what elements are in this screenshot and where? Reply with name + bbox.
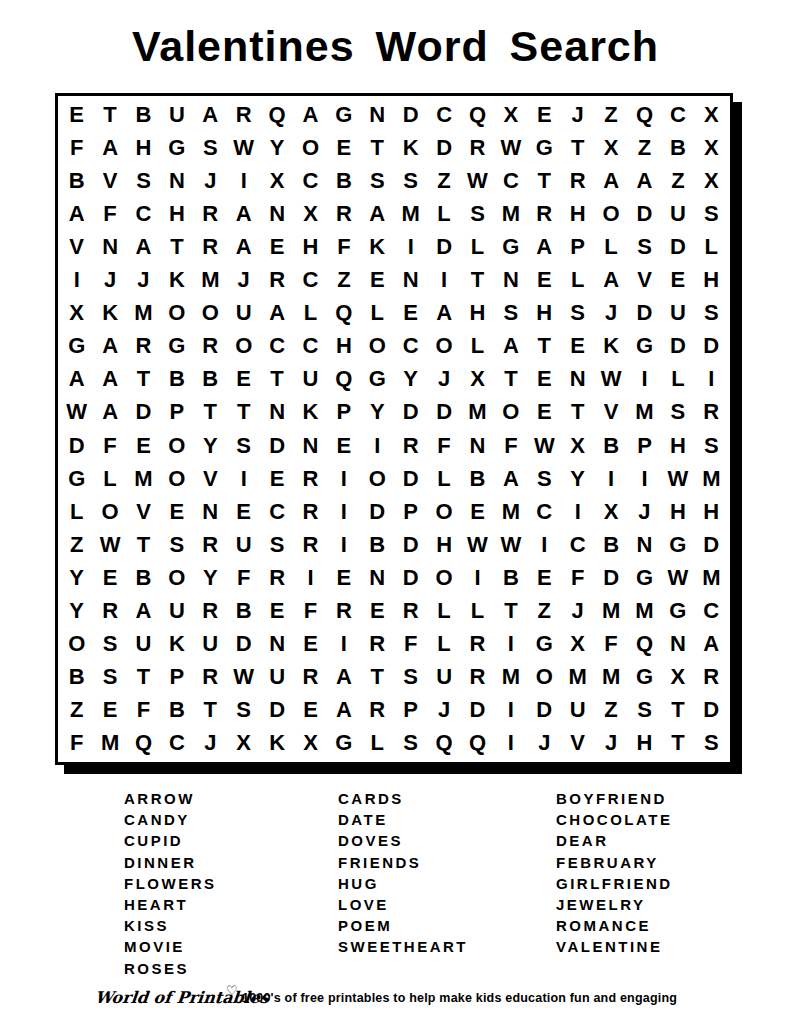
grid-cell-r15c4[interactable]: O xyxy=(160,561,193,594)
grid-cell-r7c3[interactable]: M xyxy=(127,297,160,330)
grid-cell-r7c18[interactable]: D xyxy=(628,297,661,330)
grid-cell-r3c3[interactable]: S xyxy=(127,164,160,197)
grid-cell-r14c3[interactable]: T xyxy=(127,528,160,561)
grid-cell-r14c2[interactable]: W xyxy=(93,528,126,561)
grid-cell-r2c9[interactable]: E xyxy=(327,131,360,164)
grid-cell-r16c15[interactable]: Z xyxy=(528,594,561,627)
grid-cell-r2c14[interactable]: W xyxy=(494,131,527,164)
grid-cell-r4c16[interactable]: H xyxy=(561,197,594,230)
grid-cell-r18c17[interactable]: M xyxy=(594,661,627,694)
grid-cell-r1c18[interactable]: Q xyxy=(628,98,661,131)
grid-cell-r3c7[interactable]: X xyxy=(260,164,293,197)
grid-cell-r5c19[interactable]: D xyxy=(661,230,694,263)
grid-cell-r1c8[interactable]: A xyxy=(294,98,327,131)
grid-cell-r5c13[interactable]: L xyxy=(461,230,494,263)
grid-cell-r10c8[interactable]: K xyxy=(294,396,327,429)
grid-cell-r16c8[interactable]: F xyxy=(294,594,327,627)
grid-cell-r3c15[interactable]: T xyxy=(528,164,561,197)
grid-cell-r16c2[interactable]: R xyxy=(93,594,126,627)
grid-cell-r17c1[interactable]: O xyxy=(60,628,93,661)
grid-cell-r3c19[interactable]: Z xyxy=(661,164,694,197)
grid-cell-r3c9[interactable]: B xyxy=(327,164,360,197)
grid-cell-r5c18[interactable]: S xyxy=(628,230,661,263)
grid-cell-r18c11[interactable]: S xyxy=(394,661,427,694)
grid-cell-r6c11[interactable]: N xyxy=(394,263,427,296)
grid-cell-r7c13[interactable]: H xyxy=(461,297,494,330)
grid-cell-r4c20[interactable]: S xyxy=(695,197,728,230)
grid-cell-r16c4[interactable]: U xyxy=(160,594,193,627)
grid-cell-r3c17[interactable]: A xyxy=(594,164,627,197)
grid-cell-r13c7[interactable]: C xyxy=(260,495,293,528)
grid-cell-r17c8[interactable]: E xyxy=(294,628,327,661)
grid-cell-r17c7[interactable]: N xyxy=(260,628,293,661)
grid-cell-r6c15[interactable]: E xyxy=(528,263,561,296)
grid-cell-r5c17[interactable]: L xyxy=(594,230,627,263)
grid-cell-r5c20[interactable]: L xyxy=(695,230,728,263)
grid-cell-r7c10[interactable]: L xyxy=(361,297,394,330)
grid-cell-r18c5[interactable]: R xyxy=(194,661,227,694)
grid-cell-r5c8[interactable]: H xyxy=(294,230,327,263)
grid-cell-r2c3[interactable]: H xyxy=(127,131,160,164)
grid-cell-r19c20[interactable]: D xyxy=(695,694,728,727)
grid-cell-r5c16[interactable]: P xyxy=(561,230,594,263)
grid-cell-r8c14[interactable]: A xyxy=(494,330,527,363)
grid-cell-r12c8[interactable]: R xyxy=(294,462,327,495)
grid-cell-r14c4[interactable]: S xyxy=(160,528,193,561)
grid-cell-r8c11[interactable]: C xyxy=(394,330,427,363)
grid-cell-r15c9[interactable]: E xyxy=(327,561,360,594)
grid-cell-r18c4[interactable]: P xyxy=(160,661,193,694)
grid-cell-r14c7[interactable]: S xyxy=(260,528,293,561)
grid-cell-r12c11[interactable]: D xyxy=(394,462,427,495)
grid-cell-r7c14[interactable]: S xyxy=(494,297,527,330)
grid-cell-r4c5[interactable]: R xyxy=(194,197,227,230)
grid-cell-r10c1[interactable]: W xyxy=(60,396,93,429)
grid-cell-r8c10[interactable]: O xyxy=(361,330,394,363)
grid-cell-r8c19[interactable]: D xyxy=(661,330,694,363)
grid-cell-r19c8[interactable]: E xyxy=(294,694,327,727)
grid-cell-r13c17[interactable]: X xyxy=(594,495,627,528)
grid-cell-r19c5[interactable]: T xyxy=(194,694,227,727)
grid-cell-r14c19[interactable]: G xyxy=(661,528,694,561)
grid-cell-r18c13[interactable]: R xyxy=(461,661,494,694)
grid-cell-r1c19[interactable]: C xyxy=(661,98,694,131)
grid-cell-r10c5[interactable]: T xyxy=(194,396,227,429)
grid-cell-r9c5[interactable]: B xyxy=(194,363,227,396)
grid-cell-r6c3[interactable]: J xyxy=(127,263,160,296)
grid-cell-r6c19[interactable]: E xyxy=(661,263,694,296)
grid-cell-r19c13[interactable]: D xyxy=(461,694,494,727)
grid-cell-r17c14[interactable]: I xyxy=(494,628,527,661)
grid-cell-r9c3[interactable]: T xyxy=(127,363,160,396)
grid-cell-r3c20[interactable]: X xyxy=(695,164,728,197)
grid-cell-r11c11[interactable]: R xyxy=(394,429,427,462)
grid-cell-r16c18[interactable]: M xyxy=(628,594,661,627)
grid-cell-r13c2[interactable]: O xyxy=(93,495,126,528)
grid-cell-r2c19[interactable]: B xyxy=(661,131,694,164)
grid-cell-r18c8[interactable]: R xyxy=(294,661,327,694)
grid-cell-r5c3[interactable]: A xyxy=(127,230,160,263)
grid-cell-r6c4[interactable]: K xyxy=(160,263,193,296)
grid-cell-r6c13[interactable]: T xyxy=(461,263,494,296)
grid-cell-r11c3[interactable]: E xyxy=(127,429,160,462)
grid-cell-r6c14[interactable]: N xyxy=(494,263,527,296)
grid-cell-r18c7[interactable]: U xyxy=(260,661,293,694)
grid-cell-r18c12[interactable]: U xyxy=(427,661,460,694)
grid-cell-r17c20[interactable]: A xyxy=(695,628,728,661)
grid-cell-r18c20[interactable]: R xyxy=(695,661,728,694)
grid-cell-r2c17[interactable]: X xyxy=(594,131,627,164)
grid-cell-r18c10[interactable]: T xyxy=(361,661,394,694)
grid-cell-r18c19[interactable]: X xyxy=(661,661,694,694)
grid-cell-r4c19[interactable]: U xyxy=(661,197,694,230)
grid-cell-r20c12[interactable]: Q xyxy=(427,727,460,760)
grid-cell-r4c2[interactable]: F xyxy=(93,197,126,230)
grid-cell-r20c20[interactable]: S xyxy=(695,727,728,760)
grid-cell-r12c6[interactable]: I xyxy=(227,462,260,495)
grid-cell-r1c3[interactable]: B xyxy=(127,98,160,131)
grid-cell-r20c9[interactable]: G xyxy=(327,727,360,760)
grid-cell-r1c6[interactable]: R xyxy=(227,98,260,131)
grid-cell-r4c4[interactable]: H xyxy=(160,197,193,230)
grid-cell-r18c16[interactable]: M xyxy=(561,661,594,694)
grid-cell-r10c14[interactable]: O xyxy=(494,396,527,429)
grid-cell-r11c19[interactable]: H xyxy=(661,429,694,462)
grid-cell-r17c19[interactable]: N xyxy=(661,628,694,661)
grid-cell-r7c12[interactable]: A xyxy=(427,297,460,330)
grid-cell-r10c15[interactable]: E xyxy=(528,396,561,429)
grid-cell-r9c1[interactable]: A xyxy=(60,363,93,396)
grid-cell-r8c3[interactable]: R xyxy=(127,330,160,363)
grid-cell-r17c4[interactable]: K xyxy=(160,628,193,661)
grid-cell-r11c10[interactable]: I xyxy=(361,429,394,462)
grid-cell-r8c18[interactable]: G xyxy=(628,330,661,363)
grid-cell-r6c20[interactable]: H xyxy=(695,263,728,296)
grid-cell-r9c13[interactable]: X xyxy=(461,363,494,396)
grid-cell-r2c7[interactable]: Y xyxy=(260,131,293,164)
grid-cell-r7c7[interactable]: A xyxy=(260,297,293,330)
grid-cell-r11c1[interactable]: D xyxy=(60,429,93,462)
grid-cell-r19c12[interactable]: J xyxy=(427,694,460,727)
grid-cell-r13c16[interactable]: I xyxy=(561,495,594,528)
grid-cell-r15c8[interactable]: I xyxy=(294,561,327,594)
grid-cell-r18c6[interactable]: W xyxy=(227,661,260,694)
grid-cell-r3c6[interactable]: I xyxy=(227,164,260,197)
grid-cell-r3c1[interactable]: B xyxy=(60,164,93,197)
grid-cell-r12c2[interactable]: L xyxy=(93,462,126,495)
grid-cell-r8c17[interactable]: K xyxy=(594,330,627,363)
grid-cell-r18c9[interactable]: A xyxy=(327,661,360,694)
grid-cell-r3c18[interactable]: A xyxy=(628,164,661,197)
grid-cell-r7c4[interactable]: O xyxy=(160,297,193,330)
grid-cell-r10c4[interactable]: P xyxy=(160,396,193,429)
grid-cell-r4c15[interactable]: R xyxy=(528,197,561,230)
grid-cell-r8c16[interactable]: E xyxy=(561,330,594,363)
grid-cell-r5c1[interactable]: V xyxy=(60,230,93,263)
grid-cell-r6c7[interactable]: R xyxy=(260,263,293,296)
grid-cell-r13c20[interactable]: H xyxy=(695,495,728,528)
grid-cell-r2c8[interactable]: O xyxy=(294,131,327,164)
grid-cell-r4c17[interactable]: O xyxy=(594,197,627,230)
grid-cell-r12c13[interactable]: B xyxy=(461,462,494,495)
grid-cell-r20c5[interactable]: J xyxy=(194,727,227,760)
grid-cell-r8c12[interactable]: O xyxy=(427,330,460,363)
grid-cell-r9c20[interactable]: I xyxy=(695,363,728,396)
grid-cell-r10c16[interactable]: T xyxy=(561,396,594,429)
grid-cell-r2c2[interactable]: A xyxy=(93,131,126,164)
grid-cell-r9c19[interactable]: L xyxy=(661,363,694,396)
grid-cell-r8c4[interactable]: G xyxy=(160,330,193,363)
grid-cell-r3c12[interactable]: Z xyxy=(427,164,460,197)
grid-cell-r12c7[interactable]: E xyxy=(260,462,293,495)
grid-cell-r6c8[interactable]: C xyxy=(294,263,327,296)
grid-cell-r17c18[interactable]: Q xyxy=(628,628,661,661)
grid-cell-r14c17[interactable]: B xyxy=(594,528,627,561)
grid-cell-r11c16[interactable]: X xyxy=(561,429,594,462)
grid-cell-r19c3[interactable]: F xyxy=(127,694,160,727)
grid-cell-r20c3[interactable]: Q xyxy=(127,727,160,760)
grid-cell-r12c3[interactable]: M xyxy=(127,462,160,495)
grid-cell-r11c7[interactable]: D xyxy=(260,429,293,462)
grid-cell-r19c15[interactable]: D xyxy=(528,694,561,727)
grid-cell-r8c7[interactable]: C xyxy=(260,330,293,363)
grid-cell-r17c2[interactable]: S xyxy=(93,628,126,661)
grid-cell-r12c9[interactable]: I xyxy=(327,462,360,495)
grid-cell-r5c12[interactable]: D xyxy=(427,230,460,263)
grid-cell-r11c8[interactable]: N xyxy=(294,429,327,462)
grid-cell-r5c11[interactable]: I xyxy=(394,230,427,263)
grid-cell-r6c10[interactable]: E xyxy=(361,263,394,296)
grid-cell-r12c18[interactable]: I xyxy=(628,462,661,495)
grid-cell-r1c13[interactable]: Q xyxy=(461,98,494,131)
grid-cell-r17c9[interactable]: I xyxy=(327,628,360,661)
grid-cell-r16c9[interactable]: R xyxy=(327,594,360,627)
grid-cell-r20c18[interactable]: H xyxy=(628,727,661,760)
grid-cell-r9c15[interactable]: E xyxy=(528,363,561,396)
grid-cell-r3c13[interactable]: W xyxy=(461,164,494,197)
grid-cell-r11c13[interactable]: N xyxy=(461,429,494,462)
grid-cell-r5c15[interactable]: A xyxy=(528,230,561,263)
grid-cell-r4c6[interactable]: A xyxy=(227,197,260,230)
grid-cell-r15c17[interactable]: D xyxy=(594,561,627,594)
grid-cell-r12c15[interactable]: S xyxy=(528,462,561,495)
grid-cell-r15c15[interactable]: E xyxy=(528,561,561,594)
grid-cell-r2c13[interactable]: R xyxy=(461,131,494,164)
grid-cell-r7c16[interactable]: S xyxy=(561,297,594,330)
grid-cell-r7c8[interactable]: L xyxy=(294,297,327,330)
grid-cell-r10c13[interactable]: M xyxy=(461,396,494,429)
grid-cell-r19c11[interactable]: P xyxy=(394,694,427,727)
grid-cell-r12c16[interactable]: Y xyxy=(561,462,594,495)
grid-cell-r15c2[interactable]: E xyxy=(93,561,126,594)
grid-cell-r7c19[interactable]: U xyxy=(661,297,694,330)
grid-cell-r13c1[interactable]: L xyxy=(60,495,93,528)
grid-cell-r17c12[interactable]: L xyxy=(427,628,460,661)
grid-cell-r4c3[interactable]: C xyxy=(127,197,160,230)
grid-cell-r15c11[interactable]: D xyxy=(394,561,427,594)
grid-cell-r5c2[interactable]: N xyxy=(93,230,126,263)
grid-cell-r6c18[interactable]: V xyxy=(628,263,661,296)
grid-cell-r11c9[interactable]: E xyxy=(327,429,360,462)
grid-cell-r3c5[interactable]: J xyxy=(194,164,227,197)
grid-cell-r16c3[interactable]: A xyxy=(127,594,160,627)
grid-cell-r10c19[interactable]: S xyxy=(661,396,694,429)
grid-cell-r19c4[interactable]: B xyxy=(160,694,193,727)
grid-cell-r4c1[interactable]: A xyxy=(60,197,93,230)
grid-cell-r9c12[interactable]: J xyxy=(427,363,460,396)
grid-cell-r18c1[interactable]: B xyxy=(60,661,93,694)
grid-cell-r14c10[interactable]: B xyxy=(361,528,394,561)
grid-cell-r19c16[interactable]: U xyxy=(561,694,594,727)
grid-cell-r1c20[interactable]: X xyxy=(695,98,728,131)
grid-cell-r17c16[interactable]: X xyxy=(561,628,594,661)
grid-cell-r12c20[interactable]: M xyxy=(695,462,728,495)
grid-cell-r16c5[interactable]: R xyxy=(194,594,227,627)
grid-cell-r10c9[interactable]: P xyxy=(327,396,360,429)
grid-cell-r14c1[interactable]: Z xyxy=(60,528,93,561)
grid-cell-r15c1[interactable]: Y xyxy=(60,561,93,594)
grid-cell-r13c10[interactable]: D xyxy=(361,495,394,528)
grid-cell-r14c18[interactable]: N xyxy=(628,528,661,561)
grid-cell-r7c5[interactable]: O xyxy=(194,297,227,330)
grid-cell-r13c8[interactable]: R xyxy=(294,495,327,528)
grid-cell-r2c11[interactable]: K xyxy=(394,131,427,164)
grid-cell-r12c4[interactable]: O xyxy=(160,462,193,495)
grid-cell-r19c6[interactable]: S xyxy=(227,694,260,727)
grid-cell-r20c7[interactable]: K xyxy=(260,727,293,760)
grid-cell-r20c8[interactable]: X xyxy=(294,727,327,760)
grid-cell-r10c17[interactable]: V xyxy=(594,396,627,429)
grid-cell-r18c2[interactable]: S xyxy=(93,661,126,694)
grid-cell-r4c11[interactable]: M xyxy=(394,197,427,230)
grid-cell-r1c12[interactable]: C xyxy=(427,98,460,131)
grid-cell-r20c2[interactable]: M xyxy=(93,727,126,760)
grid-cell-r1c7[interactable]: Q xyxy=(260,98,293,131)
grid-cell-r20c1[interactable]: F xyxy=(60,727,93,760)
grid-cell-r11c20[interactable]: S xyxy=(695,429,728,462)
grid-cell-r18c18[interactable]: G xyxy=(628,661,661,694)
grid-cell-r14c8[interactable]: R xyxy=(294,528,327,561)
grid-cell-r9c8[interactable]: U xyxy=(294,363,327,396)
grid-cell-r13c5[interactable]: N xyxy=(194,495,227,528)
grid-cell-r11c6[interactable]: S xyxy=(227,429,260,462)
grid-cell-r8c6[interactable]: O xyxy=(227,330,260,363)
grid-cell-r15c5[interactable]: Y xyxy=(194,561,227,594)
grid-cell-r15c10[interactable]: N xyxy=(361,561,394,594)
grid-cell-r16c14[interactable]: T xyxy=(494,594,527,627)
grid-cell-r13c9[interactable]: I xyxy=(327,495,360,528)
grid-cell-r19c1[interactable]: Z xyxy=(60,694,93,727)
grid-cell-r2c1[interactable]: F xyxy=(60,131,93,164)
grid-cell-r14c15[interactable]: I xyxy=(528,528,561,561)
grid-cell-r1c1[interactable]: E xyxy=(60,98,93,131)
grid-cell-r18c3[interactable]: T xyxy=(127,661,160,694)
grid-cell-r9c7[interactable]: T xyxy=(260,363,293,396)
grid-cell-r20c19[interactable]: T xyxy=(661,727,694,760)
grid-cell-r1c2[interactable]: T xyxy=(93,98,126,131)
grid-cell-r8c13[interactable]: L xyxy=(461,330,494,363)
grid-cell-r11c15[interactable]: W xyxy=(528,429,561,462)
grid-cell-r13c6[interactable]: E xyxy=(227,495,260,528)
grid-cell-r8c1[interactable]: G xyxy=(60,330,93,363)
grid-cell-r15c16[interactable]: F xyxy=(561,561,594,594)
grid-cell-r4c10[interactable]: A xyxy=(361,197,394,230)
grid-cell-r8c20[interactable]: D xyxy=(695,330,728,363)
grid-cell-r12c19[interactable]: W xyxy=(661,462,694,495)
grid-cell-r5c14[interactable]: G xyxy=(494,230,527,263)
grid-cell-r1c15[interactable]: E xyxy=(528,98,561,131)
grid-cell-r11c2[interactable]: F xyxy=(93,429,126,462)
grid-cell-r13c3[interactable]: V xyxy=(127,495,160,528)
grid-cell-r6c17[interactable]: A xyxy=(594,263,627,296)
grid-cell-r13c12[interactable]: O xyxy=(427,495,460,528)
grid-cell-r16c17[interactable]: M xyxy=(594,594,627,627)
grid-cell-r10c10[interactable]: Y xyxy=(361,396,394,429)
grid-cell-r7c11[interactable]: E xyxy=(394,297,427,330)
grid-cell-r4c18[interactable]: D xyxy=(628,197,661,230)
grid-cell-r10c7[interactable]: N xyxy=(260,396,293,429)
grid-cell-r9c17[interactable]: W xyxy=(594,363,627,396)
grid-cell-r13c19[interactable]: H xyxy=(661,495,694,528)
grid-cell-r3c16[interactable]: R xyxy=(561,164,594,197)
grid-cell-r2c4[interactable]: G xyxy=(160,131,193,164)
grid-cell-r20c6[interactable]: X xyxy=(227,727,260,760)
grid-cell-r7c17[interactable]: J xyxy=(594,297,627,330)
grid-cell-r9c6[interactable]: E xyxy=(227,363,260,396)
grid-cell-r19c17[interactable]: Z xyxy=(594,694,627,727)
grid-cell-r6c5[interactable]: M xyxy=(194,263,227,296)
grid-cell-r16c7[interactable]: E xyxy=(260,594,293,627)
grid-cell-r9c11[interactable]: Y xyxy=(394,363,427,396)
grid-cell-r9c16[interactable]: N xyxy=(561,363,594,396)
grid-cell-r12c5[interactable]: V xyxy=(194,462,227,495)
grid-cell-r14c13[interactable]: W xyxy=(461,528,494,561)
grid-cell-r1c5[interactable]: A xyxy=(194,98,227,131)
grid-cell-r14c5[interactable]: R xyxy=(194,528,227,561)
grid-cell-r19c10[interactable]: R xyxy=(361,694,394,727)
grid-cell-r15c19[interactable]: W xyxy=(661,561,694,594)
grid-cell-r7c9[interactable]: Q xyxy=(327,297,360,330)
grid-cell-r10c18[interactable]: M xyxy=(628,396,661,429)
grid-cell-r8c8[interactable]: C xyxy=(294,330,327,363)
grid-cell-r15c3[interactable]: B xyxy=(127,561,160,594)
grid-cell-r17c11[interactable]: F xyxy=(394,628,427,661)
grid-cell-r14c11[interactable]: D xyxy=(394,528,427,561)
grid-cell-r4c8[interactable]: X xyxy=(294,197,327,230)
grid-cell-r10c2[interactable]: A xyxy=(93,396,126,429)
grid-cell-r18c14[interactable]: M xyxy=(494,661,527,694)
grid-cell-r16c16[interactable]: J xyxy=(561,594,594,627)
grid-cell-r20c10[interactable]: L xyxy=(361,727,394,760)
grid-cell-r4c7[interactable]: N xyxy=(260,197,293,230)
grid-cell-r14c6[interactable]: U xyxy=(227,528,260,561)
grid-cell-r5c4[interactable]: T xyxy=(160,230,193,263)
grid-cell-r8c2[interactable]: A xyxy=(93,330,126,363)
grid-cell-r13c18[interactable]: J xyxy=(628,495,661,528)
grid-cell-r7c6[interactable]: U xyxy=(227,297,260,330)
grid-cell-r3c8[interactable]: C xyxy=(294,164,327,197)
grid-cell-r1c9[interactable]: G xyxy=(327,98,360,131)
grid-cell-r8c15[interactable]: T xyxy=(528,330,561,363)
grid-cell-r19c14[interactable]: I xyxy=(494,694,527,727)
grid-cell-r12c12[interactable]: L xyxy=(427,462,460,495)
grid-cell-r4c14[interactable]: M xyxy=(494,197,527,230)
grid-cell-r16c20[interactable]: C xyxy=(695,594,728,627)
grid-cell-r1c16[interactable]: J xyxy=(561,98,594,131)
grid-cell-r2c10[interactable]: T xyxy=(361,131,394,164)
grid-cell-r13c13[interactable]: E xyxy=(461,495,494,528)
grid-cell-r10c6[interactable]: T xyxy=(227,396,260,429)
